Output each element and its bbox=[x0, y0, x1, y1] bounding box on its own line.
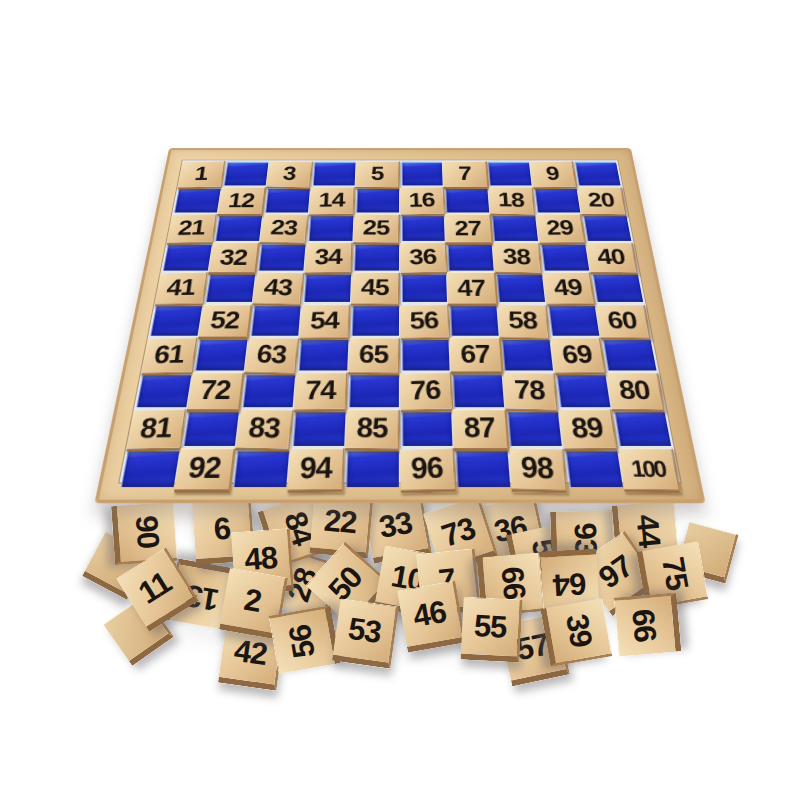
tile-number: 23 bbox=[269, 216, 298, 240]
tile-number: 75 bbox=[654, 554, 695, 592]
tile-number: 67 bbox=[460, 340, 491, 369]
empty-slot bbox=[313, 162, 356, 186]
number-tile[interactable]: 65 bbox=[348, 337, 401, 375]
tile-number: 90 bbox=[128, 514, 166, 549]
empty-slot bbox=[549, 305, 600, 335]
tile-number: 29 bbox=[545, 217, 575, 241]
empty-slot bbox=[402, 338, 450, 370]
empty-slot bbox=[575, 162, 620, 186]
tile-number: 98 bbox=[520, 451, 554, 486]
number-tile[interactable]: 16 bbox=[399, 187, 446, 217]
tile-number: 9 bbox=[545, 163, 561, 185]
board-grid: 1357912141618202123252729323436384041434… bbox=[118, 160, 682, 484]
empty-slot bbox=[451, 305, 499, 335]
tile-number: 64 bbox=[553, 565, 587, 603]
tile-number: 22 bbox=[322, 503, 357, 542]
empty-slot bbox=[258, 243, 305, 270]
empty-slot bbox=[346, 449, 399, 487]
empty-slot bbox=[150, 305, 202, 335]
tile-number: 34 bbox=[314, 245, 342, 270]
tile-number: 99 bbox=[626, 608, 665, 643]
tile-number: 63 bbox=[255, 340, 288, 370]
tile-number: 66 bbox=[494, 565, 533, 600]
tile-number: 74 bbox=[304, 375, 336, 406]
tile-number: 36 bbox=[408, 245, 436, 271]
tile-number: 61 bbox=[152, 340, 186, 370]
number-tile[interactable]: 85 bbox=[345, 409, 401, 452]
tile-number: 11 bbox=[132, 565, 177, 612]
loose-tile[interactable]: 46 bbox=[397, 580, 466, 652]
tile-number: 25 bbox=[362, 217, 389, 241]
empty-slot bbox=[497, 273, 545, 302]
empty-slot bbox=[174, 188, 221, 213]
tile-number: 72 bbox=[198, 375, 232, 406]
empty-slot bbox=[535, 188, 581, 213]
empty-slot bbox=[456, 449, 510, 487]
tile-number: 38 bbox=[503, 245, 532, 271]
number-tile[interactable]: 81 bbox=[126, 408, 187, 451]
number-tile[interactable]: 76 bbox=[399, 372, 454, 413]
tile-number: 32 bbox=[218, 245, 249, 270]
tile-number: 46 bbox=[410, 594, 448, 635]
tile-number: 55 bbox=[473, 608, 507, 646]
number-tile[interactable]: 3 bbox=[266, 161, 314, 190]
empty-slot bbox=[265, 188, 310, 213]
tile-number: 97 bbox=[592, 548, 639, 596]
tile-number: 1 bbox=[193, 163, 209, 185]
empty-slot bbox=[251, 305, 301, 335]
tile-number: 14 bbox=[318, 189, 345, 212]
tile-number: 81 bbox=[138, 412, 174, 445]
tile-number: 80 bbox=[617, 375, 652, 406]
number-tile[interactable]: 36 bbox=[399, 242, 448, 275]
tile-number: 87 bbox=[463, 413, 496, 446]
empty-slot bbox=[453, 373, 504, 407]
tile-number: 2 bbox=[241, 582, 263, 620]
empty-slot bbox=[566, 449, 623, 487]
empty-slot bbox=[603, 338, 657, 370]
loose-tile[interactable]: 53 bbox=[332, 598, 399, 669]
empty-slot bbox=[354, 243, 399, 270]
empty-slot bbox=[195, 338, 247, 370]
number-tile[interactable]: 96 bbox=[399, 447, 457, 493]
number-tile[interactable]: 100 bbox=[618, 448, 681, 493]
loose-tile[interactable]: 56 bbox=[268, 605, 340, 674]
tile-number: 12 bbox=[227, 189, 256, 212]
empty-slot bbox=[402, 410, 453, 446]
empty-slot bbox=[136, 373, 191, 407]
number-tile[interactable]: 41 bbox=[154, 272, 208, 307]
empty-slot bbox=[584, 215, 632, 241]
empty-slot bbox=[356, 188, 399, 213]
number-tile[interactable]: 58 bbox=[498, 304, 551, 341]
tile-number: 3 bbox=[281, 163, 296, 185]
empty-slot bbox=[541, 243, 589, 270]
empty-slot bbox=[293, 410, 346, 446]
tile-number: 44 bbox=[629, 513, 668, 548]
number-tile[interactable]: 1 bbox=[177, 161, 225, 190]
empty-slot bbox=[351, 305, 398, 335]
number-tile[interactable]: 89 bbox=[559, 409, 620, 452]
tile-number: 7 bbox=[458, 163, 472, 185]
empty-slot bbox=[502, 338, 553, 370]
tile-number: 47 bbox=[457, 275, 486, 301]
number-tile[interactable]: 27 bbox=[445, 214, 493, 245]
number-tile[interactable]: 18 bbox=[489, 187, 536, 217]
empty-slot bbox=[349, 373, 399, 407]
empty-slot bbox=[224, 162, 268, 186]
empty-slot bbox=[508, 410, 562, 446]
tile-number: 49 bbox=[553, 275, 585, 302]
tile-number: 56 bbox=[409, 307, 439, 335]
number-tile[interactable]: 74 bbox=[293, 372, 348, 412]
number-tile[interactable]: 87 bbox=[453, 409, 510, 451]
tile-number: 83 bbox=[246, 412, 281, 445]
number-tile[interactable]: 61 bbox=[141, 337, 198, 376]
number-tile[interactable]: 54 bbox=[299, 304, 351, 340]
empty-slot bbox=[593, 273, 644, 302]
tile-number: 42 bbox=[232, 633, 269, 673]
empty-slot bbox=[298, 338, 348, 370]
tile-number: 39 bbox=[558, 611, 599, 649]
number-tile[interactable]: 5 bbox=[355, 161, 400, 189]
empty-slot bbox=[401, 215, 445, 241]
number-tile[interactable]: 45 bbox=[350, 272, 400, 306]
number-tile[interactable]: 34 bbox=[304, 242, 353, 275]
empty-slot bbox=[492, 215, 538, 241]
hundred-board: 1357912141618202123252729323436384041434… bbox=[96, 149, 704, 502]
empty-slot bbox=[557, 373, 611, 407]
empty-slot bbox=[304, 273, 351, 302]
tile-number: 96 bbox=[410, 451, 443, 486]
number-tile[interactable]: 47 bbox=[447, 273, 498, 307]
tile-number: 78 bbox=[514, 375, 546, 407]
tile-number: 21 bbox=[176, 217, 206, 241]
number-tile[interactable]: 21 bbox=[166, 214, 217, 246]
number-tile[interactable]: 49 bbox=[543, 272, 597, 306]
empty-slot bbox=[401, 162, 443, 186]
tile-number: 60 bbox=[606, 307, 639, 335]
tile-number: 43 bbox=[262, 275, 293, 302]
empty-slot bbox=[446, 188, 490, 213]
tile-number: 89 bbox=[570, 412, 606, 445]
tile-number: 33 bbox=[376, 505, 414, 546]
empty-slot bbox=[215, 215, 262, 241]
number-tile[interactable]: 52 bbox=[198, 304, 253, 340]
tile-number: 27 bbox=[454, 217, 482, 241]
number-tile[interactable]: 63 bbox=[244, 337, 300, 376]
number-tile[interactable]: 12 bbox=[217, 187, 266, 216]
tile-number: 69 bbox=[561, 340, 595, 370]
empty-slot bbox=[183, 410, 238, 446]
loose-tile[interactable]: 39 bbox=[540, 598, 612, 667]
loose-tile[interactable]: 55 bbox=[460, 596, 522, 662]
tile-number: 53 bbox=[346, 611, 383, 651]
tile-number: 16 bbox=[408, 189, 435, 212]
tile-number: 6 bbox=[212, 511, 231, 548]
empty-slot bbox=[401, 273, 447, 302]
number-tile[interactable]: 7 bbox=[443, 161, 489, 189]
tile-number: 45 bbox=[360, 275, 389, 302]
number-tile[interactable]: 40 bbox=[586, 242, 639, 275]
number-tile[interactable]: 78 bbox=[503, 372, 559, 413]
number-tile[interactable]: 23 bbox=[259, 214, 309, 246]
number-tile[interactable]: 72 bbox=[187, 372, 245, 412]
number-tile[interactable]: 98 bbox=[509, 447, 568, 493]
number-tile[interactable]: 60 bbox=[596, 304, 652, 340]
number-tile[interactable]: 83 bbox=[235, 408, 294, 451]
empty-slot bbox=[448, 243, 494, 270]
number-tile[interactable]: 20 bbox=[578, 187, 628, 217]
empty-slot bbox=[488, 162, 532, 186]
tile-number: 94 bbox=[298, 452, 331, 487]
tile-number: 92 bbox=[186, 452, 223, 487]
loose-tile[interactable]: 99 bbox=[614, 592, 682, 656]
empty-slot bbox=[163, 243, 212, 270]
tile-number: 85 bbox=[356, 412, 388, 445]
tile-number: 18 bbox=[498, 189, 525, 212]
number-tile[interactable]: 29 bbox=[536, 214, 587, 245]
number-tile[interactable]: 25 bbox=[353, 214, 401, 245]
tile-number: 100 bbox=[630, 455, 667, 482]
tile-number: 65 bbox=[358, 340, 388, 370]
tile-number: 76 bbox=[409, 375, 440, 407]
tile-number: 41 bbox=[165, 275, 197, 302]
number-tile[interactable]: 32 bbox=[208, 243, 260, 275]
number-tile[interactable]: 43 bbox=[252, 272, 305, 307]
tile-number: 40 bbox=[596, 245, 627, 270]
tile-number: 20 bbox=[587, 189, 616, 212]
empty-slot bbox=[233, 449, 289, 487]
number-tile[interactable]: 38 bbox=[493, 242, 543, 275]
empty-slot bbox=[206, 273, 255, 302]
empty-slot bbox=[308, 215, 353, 241]
tile-number: 52 bbox=[209, 307, 241, 335]
number-tile[interactable]: 80 bbox=[607, 372, 666, 412]
board-frame: 1357912141618202123252729323436384041434… bbox=[96, 149, 704, 502]
product-photo: 1357912141618202123252729323436384041434… bbox=[0, 0, 800, 800]
number-tile[interactable]: 94 bbox=[287, 448, 345, 493]
tile-number: 5 bbox=[370, 163, 383, 185]
empty-slot bbox=[614, 410, 671, 446]
number-tile[interactable]: 69 bbox=[550, 337, 607, 375]
empty-slot bbox=[121, 449, 180, 487]
number-tile[interactable]: 92 bbox=[174, 448, 236, 492]
number-tile[interactable]: 56 bbox=[399, 304, 451, 341]
number-tile[interactable]: 9 bbox=[530, 161, 579, 189]
tile-number: 54 bbox=[309, 307, 339, 335]
number-tile[interactable]: 14 bbox=[309, 187, 356, 217]
tile-number: 56 bbox=[282, 622, 323, 660]
number-tile[interactable]: 67 bbox=[450, 337, 504, 375]
tile-number: 58 bbox=[508, 307, 538, 335]
empty-slot bbox=[242, 373, 294, 407]
